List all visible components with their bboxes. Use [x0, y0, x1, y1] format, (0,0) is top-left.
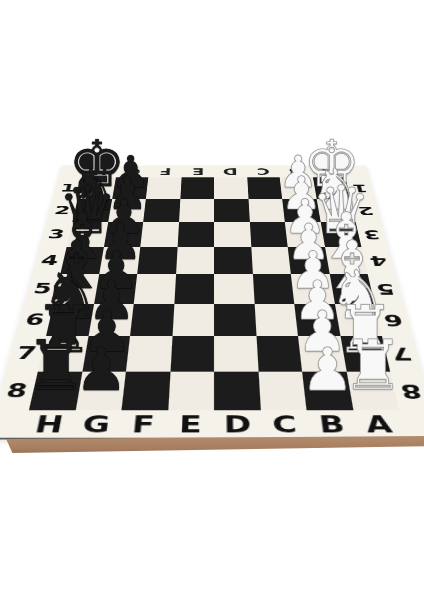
square-g7 [82, 336, 130, 371]
coord-label-right: 5 [368, 274, 404, 304]
coord-label-bottom: G [70, 410, 121, 437]
coord-label-top: B [278, 166, 312, 178]
square-c7 [256, 336, 302, 371]
square-f2 [143, 199, 180, 222]
square-c8 [258, 371, 307, 410]
square-b2 [282, 199, 320, 222]
square-h1 [78, 177, 116, 198]
square-e6 [172, 304, 214, 336]
square-c4 [251, 247, 291, 274]
coord-label-top: G [115, 166, 149, 178]
coord-label-bottom: C [260, 410, 309, 437]
square-g6 [88, 304, 134, 336]
coord-label-right: 3 [356, 222, 389, 247]
square-b6 [294, 304, 340, 336]
square-g5 [94, 274, 138, 304]
square-d6 [214, 304, 256, 336]
square-d8 [214, 371, 260, 410]
square-f4 [137, 247, 177, 274]
square-d5 [214, 274, 254, 304]
coord-label-bottom: A [353, 410, 406, 437]
coord-label-right: 6 [374, 304, 412, 336]
square-d7 [214, 336, 258, 371]
square-b4 [288, 247, 330, 274]
square-e1 [180, 177, 214, 198]
square-b5 [291, 274, 335, 304]
square-b3 [285, 222, 325, 247]
coord-label-bottom: D [214, 410, 262, 437]
square-h5 [54, 274, 99, 304]
square-e3 [177, 222, 214, 247]
square-b1 [280, 177, 317, 198]
coord-label-bottom: B [307, 410, 358, 437]
square-a4 [325, 247, 368, 274]
square-f1 [146, 177, 181, 198]
square-f8 [121, 371, 170, 410]
coord-label-right: 4 [361, 247, 395, 274]
square-a3 [320, 222, 361, 247]
square-e8 [168, 371, 214, 410]
coord-label-top: A [310, 166, 345, 178]
square-g8 [75, 371, 126, 410]
square-d2 [214, 199, 249, 222]
square-c3 [249, 222, 287, 247]
square-d1 [214, 177, 248, 198]
square-h8 [29, 371, 82, 410]
square-e5 [174, 274, 214, 304]
square-e4 [176, 247, 214, 274]
square-d4 [214, 247, 252, 274]
square-h4 [60, 247, 103, 274]
coord-label-top: E [181, 166, 214, 178]
square-h6 [46, 304, 94, 336]
square-c5 [252, 274, 294, 304]
border-corner [59, 166, 86, 178]
square-e2 [179, 199, 214, 222]
coord-label-bottom: H [23, 410, 76, 437]
chess-board: HGFEDCBA1122334455667788HGFEDCBA [0, 166, 424, 440]
chess-set-photo: HGFEDCBA1122334455667788HGFEDCBA ♚♟♟♚♞♟♟… [0, 0, 424, 600]
coord-label-top: D [214, 166, 247, 178]
square-h2 [72, 199, 111, 222]
square-f7 [126, 336, 172, 371]
coord-label-top: C [246, 166, 280, 178]
square-g4 [99, 247, 141, 274]
coord-label-top: H [83, 166, 118, 178]
square-c1 [247, 177, 282, 198]
square-f5 [134, 274, 176, 304]
square-f3 [140, 222, 178, 247]
square-h3 [67, 222, 108, 247]
square-c6 [254, 304, 298, 336]
coord-label-bottom: E [166, 410, 214, 437]
square-g3 [103, 222, 143, 247]
square-b7 [298, 336, 346, 371]
coord-label-bottom: F [118, 410, 167, 437]
border-corner [343, 166, 370, 178]
square-f6 [130, 304, 174, 336]
square-b8 [302, 371, 353, 410]
square-a5 [329, 274, 374, 304]
coord-label-right: 2 [350, 199, 381, 222]
square-a2 [316, 199, 355, 222]
square-e7 [170, 336, 214, 371]
square-c2 [248, 199, 285, 222]
square-g1 [112, 177, 149, 198]
coord-label-top: F [148, 166, 182, 178]
square-g2 [108, 199, 146, 222]
square-a1 [313, 177, 351, 198]
square-h7 [38, 336, 88, 371]
coord-label-right: 1 [345, 177, 375, 198]
square-d3 [214, 222, 251, 247]
coord-label-right: 7 [382, 336, 422, 371]
